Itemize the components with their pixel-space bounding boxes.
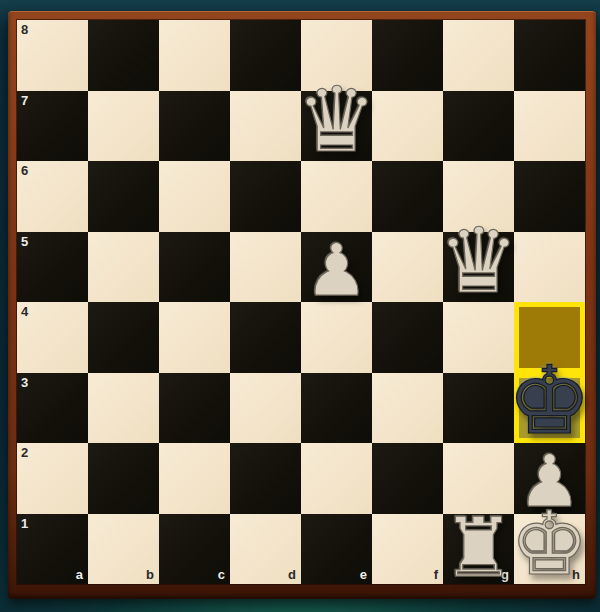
square-g3[interactable] (443, 373, 514, 444)
square-c7[interactable] (159, 91, 230, 162)
piece-white-king[interactable]: ♚ (510, 504, 589, 585)
square-c5[interactable] (159, 232, 230, 303)
square-e3[interactable] (301, 373, 372, 444)
rank-label-4: 4 (21, 305, 28, 318)
rank-label-6: 6 (21, 164, 28, 177)
square-d3[interactable] (230, 373, 301, 444)
rank-label-8: 8 (21, 23, 28, 36)
square-f3[interactable] (372, 373, 443, 444)
square-h7[interactable] (514, 91, 585, 162)
square-d5[interactable] (230, 232, 301, 303)
square-e7[interactable]: ♛ (301, 91, 372, 162)
square-f1[interactable]: f (372, 514, 443, 585)
file-label-a: a (76, 568, 83, 581)
file-label-b: b (146, 568, 154, 581)
square-a6[interactable]: 6 (17, 161, 88, 232)
square-e2[interactable] (301, 443, 372, 514)
rank-label-5: 5 (21, 235, 28, 248)
file-label-c: c (218, 568, 225, 581)
square-d8[interactable] (230, 20, 301, 91)
chess-app-window: 87♛65♟♛43♚2♟1abcdefg♜h♚ (0, 0, 600, 612)
square-a4[interactable]: 4 (17, 302, 88, 373)
piece-white-queen[interactable]: ♛ (438, 220, 519, 303)
file-label-d: d (288, 568, 296, 581)
square-h1[interactable]: h♚ (514, 514, 585, 585)
piece-white-queen[interactable]: ♛ (296, 79, 377, 162)
chess-board: 87♛65♟♛43♚2♟1abcdefg♜h♚ (17, 20, 585, 584)
square-e5[interactable]: ♟ (301, 232, 372, 303)
square-a2[interactable]: 2 (17, 443, 88, 514)
square-f7[interactable] (372, 91, 443, 162)
square-c2[interactable] (159, 443, 230, 514)
square-b7[interactable] (88, 91, 159, 162)
piece-black-king[interactable]: ♚ (507, 358, 591, 444)
square-g1[interactable]: g♜ (443, 514, 514, 585)
square-c4[interactable] (159, 302, 230, 373)
rank-label-3: 3 (21, 376, 28, 389)
square-c1[interactable]: c (159, 514, 230, 585)
square-d6[interactable] (230, 161, 301, 232)
piece-white-pawn[interactable]: ♟ (304, 237, 369, 303)
file-label-f: f (434, 568, 438, 581)
rank-label-7: 7 (21, 94, 28, 107)
square-b2[interactable] (88, 443, 159, 514)
square-b8[interactable] (88, 20, 159, 91)
square-g7[interactable] (443, 91, 514, 162)
rank-label-2: 2 (21, 446, 28, 459)
square-a8[interactable]: 8 (17, 20, 88, 91)
square-f5[interactable] (372, 232, 443, 303)
square-h5[interactable] (514, 232, 585, 303)
square-d7[interactable] (230, 91, 301, 162)
square-e1[interactable]: e (301, 514, 372, 585)
square-f4[interactable] (372, 302, 443, 373)
square-b4[interactable] (88, 302, 159, 373)
square-a3[interactable]: 3 (17, 373, 88, 444)
square-c3[interactable] (159, 373, 230, 444)
square-f8[interactable] (372, 20, 443, 91)
square-e4[interactable] (301, 302, 372, 373)
square-c6[interactable] (159, 161, 230, 232)
square-f2[interactable] (372, 443, 443, 514)
square-a5[interactable]: 5 (17, 232, 88, 303)
square-h8[interactable] (514, 20, 585, 91)
square-d1[interactable]: d (230, 514, 301, 585)
square-b6[interactable] (88, 161, 159, 232)
piece-white-rook[interactable]: ♜ (442, 510, 516, 585)
square-b1[interactable]: b (88, 514, 159, 585)
square-h6[interactable] (514, 161, 585, 232)
square-f6[interactable] (372, 161, 443, 232)
square-b3[interactable] (88, 373, 159, 444)
square-g5[interactable]: ♛ (443, 232, 514, 303)
square-b5[interactable] (88, 232, 159, 303)
file-label-e: e (360, 568, 367, 581)
square-a7[interactable]: 7 (17, 91, 88, 162)
square-h3[interactable]: ♚ (514, 373, 585, 444)
square-c8[interactable] (159, 20, 230, 91)
square-d4[interactable] (230, 302, 301, 373)
square-d2[interactable] (230, 443, 301, 514)
rank-label-1: 1 (21, 517, 28, 530)
square-g8[interactable] (443, 20, 514, 91)
square-a1[interactable]: 1a (17, 514, 88, 585)
